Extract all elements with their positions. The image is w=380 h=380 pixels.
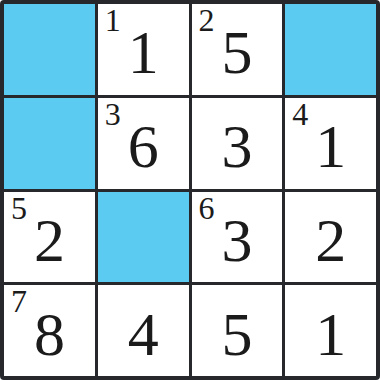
cell-r0c0-blocked: [4, 4, 95, 95]
cell-r2c0[interactable]: 52: [4, 192, 95, 283]
cell-value: 3: [192, 101, 283, 192]
cell-value: 1: [285, 101, 376, 192]
cell-r2c3[interactable]: 2: [285, 192, 376, 283]
cell-value: 8: [4, 288, 95, 379]
cell-value: 1: [98, 7, 189, 98]
cell-r1c1[interactable]: 36: [98, 98, 189, 189]
cell-value: 5: [192, 288, 283, 379]
cell-value: 2: [285, 195, 376, 286]
cell-r3c0[interactable]: 78: [4, 285, 95, 376]
cell-value: 6: [98, 101, 189, 192]
cell-value: 3: [192, 195, 283, 286]
cell-r3c1[interactable]: 4: [98, 285, 189, 376]
cell-r3c2[interactable]: 5: [192, 285, 283, 376]
puzzle-board: 1125363415263278451: [0, 0, 380, 380]
cell-value: 5: [192, 7, 283, 98]
cell-r0c3-blocked: [285, 4, 376, 95]
cell-r1c2[interactable]: 3: [192, 98, 283, 189]
cell-r1c3[interactable]: 41: [285, 98, 376, 189]
cell-value: 2: [4, 195, 95, 286]
cell-r1c0-blocked: [4, 98, 95, 189]
cell-r0c2[interactable]: 25: [192, 4, 283, 95]
cell-r2c2[interactable]: 63: [192, 192, 283, 283]
cell-value: 4: [98, 288, 189, 379]
cell-r3c3[interactable]: 1: [285, 285, 376, 376]
cell-r2c1-blocked: [98, 192, 189, 283]
cell-r0c1[interactable]: 11: [98, 4, 189, 95]
cell-value: 1: [285, 288, 376, 379]
